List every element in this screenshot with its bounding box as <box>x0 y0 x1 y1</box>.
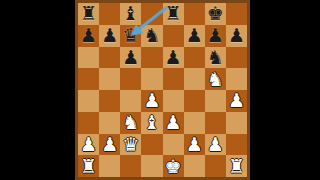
square-g7[interactable]: ♟ <box>205 25 226 47</box>
square-f5[interactable] <box>184 68 205 90</box>
square-e8[interactable]: ♜ <box>163 3 184 25</box>
square-c1[interactable] <box>120 155 141 177</box>
square-g6[interactable]: ♞ <box>205 47 226 69</box>
square-e1[interactable]: ♚ <box>163 155 184 177</box>
square-h8[interactable] <box>226 3 247 25</box>
square-f3[interactable] <box>184 112 205 134</box>
square-a4[interactable] <box>78 90 99 112</box>
piece-white-pawn[interactable]: ♟ <box>80 135 97 154</box>
piece-black-rook[interactable]: ♜ <box>165 4 182 23</box>
square-b8[interactable] <box>99 3 120 25</box>
square-f6[interactable] <box>184 47 205 69</box>
piece-black-pawn[interactable]: ♟ <box>207 26 224 45</box>
piece-white-pawn[interactable]: ♟ <box>101 135 118 154</box>
square-a3[interactable] <box>78 112 99 134</box>
square-f4[interactable] <box>184 90 205 112</box>
square-b3[interactable] <box>99 112 120 134</box>
square-d8[interactable] <box>141 3 162 25</box>
piece-black-king[interactable]: ♚ <box>207 4 224 23</box>
piece-white-pawn[interactable]: ♟ <box>207 135 224 154</box>
piece-black-bishop[interactable]: ♝ <box>122 4 139 23</box>
piece-black-rook[interactable]: ♜ <box>80 4 97 23</box>
square-h2[interactable] <box>226 134 247 156</box>
piece-white-pawn[interactable]: ♟ <box>165 113 182 132</box>
square-g3[interactable] <box>205 112 226 134</box>
square-d1[interactable] <box>141 155 162 177</box>
chess-board[interactable]: ♜♝♜♚♟♟♛♞♟♟♟♟♟♞♞♟♟♞♝♟♟♟♛♟♟♜♚♜ <box>78 3 247 177</box>
square-f8[interactable] <box>184 3 205 25</box>
square-g8[interactable]: ♚ <box>205 3 226 25</box>
piece-white-bishop[interactable]: ♝ <box>143 113 160 132</box>
square-b2[interactable]: ♟ <box>99 134 120 156</box>
square-g5[interactable]: ♞ <box>205 68 226 90</box>
square-f2[interactable]: ♟ <box>184 134 205 156</box>
square-f7[interactable]: ♟ <box>184 25 205 47</box>
square-d2[interactable] <box>141 134 162 156</box>
piece-black-pawn[interactable]: ♟ <box>80 26 97 45</box>
square-h6[interactable] <box>226 47 247 69</box>
piece-white-rook[interactable]: ♜ <box>80 157 97 176</box>
square-e2[interactable] <box>163 134 184 156</box>
square-a5[interactable] <box>78 68 99 90</box>
chessboard-screenshot: ♜♝♜♚♟♟♛♞♟♟♟♟♟♞♞♟♟♞♝♟♟♟♛♟♟♜♚♜ <box>0 0 320 180</box>
piece-black-queen[interactable]: ♛ <box>122 26 139 45</box>
piece-white-knight[interactable]: ♞ <box>122 113 139 132</box>
square-c8[interactable]: ♝ <box>120 3 141 25</box>
board-frame: ♜♝♜♚♟♟♛♞♟♟♟♟♟♞♞♟♟♞♝♟♟♟♛♟♟♜♚♜ <box>75 0 250 180</box>
piece-white-queen[interactable]: ♛ <box>122 135 139 154</box>
letterbox-left <box>0 0 75 180</box>
square-g4[interactable] <box>205 90 226 112</box>
square-h7[interactable]: ♟ <box>226 25 247 47</box>
letterbox-right <box>250 0 320 180</box>
square-b5[interactable] <box>99 68 120 90</box>
square-d6[interactable] <box>141 47 162 69</box>
square-a1[interactable]: ♜ <box>78 155 99 177</box>
square-c5[interactable] <box>120 68 141 90</box>
square-d4[interactable]: ♟ <box>141 90 162 112</box>
square-g1[interactable] <box>205 155 226 177</box>
square-e6[interactable]: ♟ <box>163 47 184 69</box>
square-b7[interactable]: ♟ <box>99 25 120 47</box>
square-c7[interactable]: ♛ <box>120 25 141 47</box>
piece-black-pawn[interactable]: ♟ <box>165 48 182 67</box>
square-d5[interactable] <box>141 68 162 90</box>
square-h3[interactable] <box>226 112 247 134</box>
square-h5[interactable] <box>226 68 247 90</box>
square-e5[interactable] <box>163 68 184 90</box>
square-d3[interactable]: ♝ <box>141 112 162 134</box>
piece-white-king[interactable]: ♚ <box>165 157 182 176</box>
square-b6[interactable] <box>99 47 120 69</box>
square-h4[interactable]: ♟ <box>226 90 247 112</box>
piece-black-pawn[interactable]: ♟ <box>101 26 118 45</box>
square-a6[interactable] <box>78 47 99 69</box>
piece-black-pawn[interactable]: ♟ <box>122 48 139 67</box>
corner-dot <box>242 171 246 175</box>
piece-white-knight[interactable]: ♞ <box>207 70 224 89</box>
piece-black-pawn[interactable]: ♟ <box>186 26 203 45</box>
square-d7[interactable]: ♞ <box>141 25 162 47</box>
square-e3[interactable]: ♟ <box>163 112 184 134</box>
piece-black-pawn[interactable]: ♟ <box>228 26 245 45</box>
square-c6[interactable]: ♟ <box>120 47 141 69</box>
square-b4[interactable] <box>99 90 120 112</box>
piece-black-knight[interactable]: ♞ <box>207 48 224 67</box>
square-f1[interactable] <box>184 155 205 177</box>
square-c3[interactable]: ♞ <box>120 112 141 134</box>
square-g2[interactable]: ♟ <box>205 134 226 156</box>
square-a7[interactable]: ♟ <box>78 25 99 47</box>
square-c4[interactable] <box>120 90 141 112</box>
piece-black-knight[interactable]: ♞ <box>143 26 160 45</box>
piece-white-pawn[interactable]: ♟ <box>143 91 160 110</box>
square-e4[interactable] <box>163 90 184 112</box>
square-e7[interactable] <box>163 25 184 47</box>
square-b1[interactable] <box>99 155 120 177</box>
square-c2[interactable]: ♛ <box>120 134 141 156</box>
square-a2[interactable]: ♟ <box>78 134 99 156</box>
square-a8[interactable]: ♜ <box>78 3 99 25</box>
piece-white-pawn[interactable]: ♟ <box>186 135 203 154</box>
piece-white-pawn[interactable]: ♟ <box>228 91 245 110</box>
